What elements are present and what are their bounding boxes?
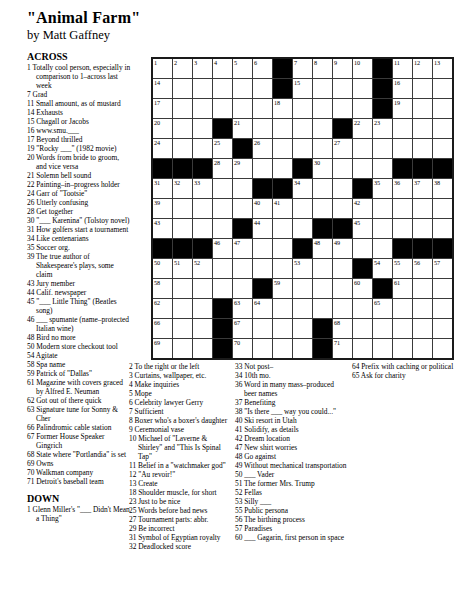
cell-number: 4 — [214, 59, 217, 66]
across-clue-14: 14 Exhausts — [27, 108, 131, 117]
cell-r15c5[interactable]: 70 — [233, 339, 252, 358]
down-clue-65: 65 Ask for charity — [352, 371, 468, 380]
cell-r1c8[interactable]: 7 — [293, 59, 312, 78]
cell-r2c2[interactable] — [173, 79, 192, 98]
cell-r5c6[interactable]: 26 — [253, 139, 272, 158]
cell-r9c1[interactable]: 43 — [153, 219, 172, 238]
cell-r7c10[interactable] — [333, 179, 352, 198]
cell-r8c2[interactable] — [173, 199, 192, 218]
cell-r1c13[interactable]: 11 — [393, 59, 412, 78]
cell-r2c15[interactable] — [433, 79, 452, 98]
cell-r14c2[interactable] — [173, 319, 192, 338]
cell-number: 21 — [234, 119, 240, 126]
cell-r9c2[interactable] — [173, 219, 192, 238]
down-clue-41: 41 Solidify, as details — [235, 425, 347, 434]
cell-r6c5[interactable]: 29 — [233, 159, 252, 178]
cell-number: 50 — [154, 259, 160, 266]
cell-r5c8[interactable] — [293, 139, 312, 158]
cell-number: 31 — [154, 179, 160, 186]
cell-number: 51 — [174, 259, 180, 266]
cell-r2c9[interactable] — [313, 79, 332, 98]
cell-r3c3[interactable] — [193, 99, 212, 118]
cell-r12c10[interactable] — [333, 279, 352, 298]
cell-r10c4[interactable]: 46 — [213, 239, 232, 258]
cell-r15c7[interactable] — [273, 339, 292, 358]
cell-r8c3[interactable] — [193, 199, 212, 218]
cell-r1c9[interactable]: 8 — [313, 59, 332, 78]
cell-r10c9[interactable]: 48 — [313, 239, 332, 258]
cell-r3c10[interactable] — [333, 99, 352, 118]
across-clue-67: 67 Former House Speaker Gingrich — [27, 432, 131, 450]
cell-r11c7[interactable] — [273, 259, 292, 278]
cell-r12c1[interactable]: 58 — [153, 279, 172, 298]
cell-r15c1[interactable]: 69 — [153, 339, 172, 358]
cell-number: 43 — [154, 219, 160, 226]
cell-r9c11[interactable]: 45 — [353, 219, 372, 238]
cell-number: 11 — [394, 59, 400, 66]
cell-r13c6[interactable]: 64 — [253, 299, 272, 318]
cell-r7c8[interactable]: 34 — [293, 179, 312, 198]
cell-r7c12[interactable]: 35 — [373, 179, 392, 198]
cell-r1c6[interactable]: 6 — [253, 59, 272, 78]
cell-number: 8 — [314, 59, 317, 66]
cell-r6c6[interactable] — [253, 159, 272, 178]
cell-r9c8[interactable] — [293, 219, 312, 238]
cell-r2c5[interactable] — [233, 79, 252, 98]
clue-column-3: 33 Not post–34 10th mo.36 Word in many m… — [235, 362, 347, 542]
cell-r2c10[interactable] — [333, 79, 352, 98]
cell-r4c7[interactable] — [273, 119, 292, 138]
cell-r3c4[interactable] — [213, 99, 232, 118]
cell-r4c14[interactable] — [413, 119, 432, 138]
down-clue-18: 18 Shoulder muscle, for short — [129, 488, 230, 497]
cell-r4c8[interactable] — [293, 119, 312, 138]
cell-number: 13 — [434, 59, 440, 66]
down-clue-50: 50 ___ Vader — [235, 470, 347, 479]
cell-r13c14[interactable] — [413, 299, 432, 318]
cell-number: 61 — [394, 279, 400, 286]
cell-r1c11[interactable]: 10 — [353, 59, 372, 78]
across-clue-66: 66 Palindromic cable station — [27, 423, 131, 432]
cell-r11c14[interactable]: 56 — [413, 259, 432, 278]
cell-number: 38 — [434, 179, 440, 186]
down-clue-3: 3 Curtains, wallpaper, etc. — [129, 371, 230, 380]
black-square — [193, 239, 212, 258]
across-clue-19: 19 "Rocky ___" (1982 movie) — [27, 144, 131, 153]
cell-r7c15[interactable]: 38 — [433, 179, 452, 198]
cell-r6c10[interactable] — [333, 159, 352, 178]
across-clue-11: 11 Small amount, as of mustard — [27, 99, 131, 108]
cell-r11c12[interactable]: 54 — [373, 259, 392, 278]
cell-r9c4[interactable] — [213, 219, 232, 238]
cell-r1c14[interactable]: 12 — [413, 59, 432, 78]
cell-r13c13[interactable] — [393, 299, 412, 318]
cell-number: 45 — [354, 219, 360, 226]
clue-column-1: ACROSS 1 Totally cool person, especially… — [27, 52, 131, 523]
clue-column-4: 64 Prefix with caching or political65 As… — [352, 362, 468, 380]
black-square — [333, 119, 352, 138]
cell-r12c11[interactable]: 60 — [353, 279, 372, 298]
cell-r1c3[interactable]: 3 — [193, 59, 212, 78]
black-square — [353, 179, 372, 198]
across-clue-21: 21 Solemn bell sound — [27, 171, 131, 180]
across-clue-17: 17 Beyond thrilled — [27, 135, 131, 144]
cell-r11c2[interactable]: 51 — [173, 259, 192, 278]
cell-r5c1[interactable]: 24 — [153, 139, 172, 158]
black-square — [373, 59, 392, 78]
cell-r12c7[interactable]: 59 — [273, 279, 292, 298]
cell-r3c9[interactable] — [313, 99, 332, 118]
cell-r11c4[interactable] — [213, 259, 232, 278]
cell-number: 70 — [234, 339, 240, 346]
black-square — [293, 239, 312, 258]
cell-r12c5[interactable] — [233, 279, 252, 298]
across-clue-31: 31 How golfers start a tournament — [27, 225, 131, 234]
down-clue-12: 12 "Au revoir!" — [129, 470, 230, 479]
down-clue-23: 23 Just to be nice — [129, 497, 230, 506]
cell-r2c3[interactable] — [193, 79, 212, 98]
cell-r4c12[interactable]: 23 — [373, 119, 392, 138]
down-clue-4: 4 Make inquiries — [129, 380, 230, 389]
cell-r12c3[interactable] — [193, 279, 212, 298]
across-clue-54: 54 Agitate — [27, 351, 131, 360]
cell-r7c14[interactable]: 37 — [413, 179, 432, 198]
cell-number: 25 — [214, 139, 220, 146]
cell-r11c9[interactable] — [313, 259, 332, 278]
cell-r8c13[interactable] — [393, 199, 412, 218]
black-square — [333, 219, 352, 238]
cell-r5c10[interactable]: 27 — [333, 139, 352, 158]
cell-r7c5[interactable] — [233, 179, 252, 198]
cell-r13c5[interactable]: 63 — [233, 299, 252, 318]
cell-r5c2[interactable] — [173, 139, 192, 158]
across-clue-24: 24 Garr of "Tootsie" — [27, 189, 131, 198]
cell-r13c11[interactable] — [353, 299, 372, 318]
black-square — [393, 239, 412, 258]
black-square — [433, 239, 452, 258]
cell-r8c6[interactable]: 40 — [253, 199, 272, 218]
cell-r7c1[interactable]: 31 — [153, 179, 172, 198]
cell-r4c2[interactable] — [173, 119, 192, 138]
down-clue-33: 33 Not post– — [235, 362, 347, 371]
cell-r14c3[interactable] — [193, 319, 212, 338]
cell-r9c13[interactable] — [393, 219, 412, 238]
cell-r2c13[interactable]: 16 — [393, 79, 412, 98]
cell-r14c7[interactable] — [273, 319, 292, 338]
cell-number: 46 — [214, 239, 220, 246]
cell-r3c11[interactable] — [353, 99, 372, 118]
down-header: DOWN — [27, 494, 131, 503]
across-clue-45: 45 "___ Little Thing" (Beatles song) — [27, 297, 131, 315]
cell-number: 30 — [314, 159, 320, 166]
cell-r14c6[interactable] — [253, 319, 272, 338]
cell-number: 7 — [294, 59, 297, 66]
cell-r8c4[interactable] — [213, 199, 232, 218]
cell-number: 71 — [334, 339, 340, 346]
cell-r15c6[interactable] — [253, 339, 272, 358]
cell-r12c14[interactable] — [413, 279, 432, 298]
cell-r13c15[interactable] — [433, 299, 452, 318]
down-clue-2: 2 To the right or the left — [129, 362, 230, 371]
cell-r1c4[interactable]: 4 — [213, 59, 232, 78]
cell-r7c4[interactable] — [213, 179, 232, 198]
cell-r14c10[interactable]: 68 — [333, 319, 352, 338]
down-clue-40: 40 Ski resort in Utah — [235, 416, 347, 425]
black-square — [233, 219, 252, 238]
cell-r15c14[interactable] — [413, 339, 432, 358]
cell-r11c10[interactable] — [333, 259, 352, 278]
across-clue-46: 46 ___ spumante (name–protected Italian … — [27, 315, 131, 333]
cell-r11c3[interactable]: 52 — [193, 259, 212, 278]
black-square — [353, 259, 372, 278]
cell-r5c4[interactable]: 25 — [213, 139, 232, 158]
cell-r14c13[interactable] — [393, 319, 412, 338]
cell-r14c12[interactable] — [373, 319, 392, 338]
cell-r6c9[interactable]: 30 — [313, 159, 332, 178]
cell-number: 40 — [254, 199, 260, 206]
cell-r9c12[interactable] — [373, 219, 392, 238]
cell-r3c7[interactable]: 18 — [273, 99, 292, 118]
down-clue-13: 13 Create — [129, 479, 230, 488]
cell-r3c8[interactable] — [293, 99, 312, 118]
down-clue-25: 25 Words before bad news — [129, 506, 230, 515]
cell-r3c13[interactable]: 19 — [393, 99, 412, 118]
cell-r10c7[interactable] — [273, 239, 292, 258]
cell-r3c6[interactable] — [253, 99, 272, 118]
cell-r1c1[interactable]: 1 — [153, 59, 172, 78]
cell-r13c12[interactable]: 65 — [373, 299, 392, 318]
cell-r2c14[interactable] — [413, 79, 432, 98]
cell-number: 15 — [294, 79, 300, 86]
down-clue-48: 48 Go against — [235, 452, 347, 461]
cell-r12c15[interactable] — [433, 279, 452, 298]
cell-r13c8[interactable] — [293, 299, 312, 318]
cell-r10c10[interactable]: 49 — [333, 239, 352, 258]
cell-number: 41 — [274, 199, 280, 206]
cell-r12c2[interactable] — [173, 279, 192, 298]
black-square — [413, 159, 432, 178]
cell-number: 55 — [394, 259, 400, 266]
cell-r14c11[interactable] — [353, 319, 372, 338]
cell-r8c9[interactable] — [313, 199, 332, 218]
down-clue-8: 8 Boxer who's a boxer's daughter — [129, 416, 230, 425]
cell-number: 42 — [354, 199, 360, 206]
cell-r8c7[interactable]: 41 — [273, 199, 292, 218]
cell-r3c2[interactable] — [173, 99, 192, 118]
across-clue-58: 58 Spa name — [27, 360, 131, 369]
cell-r10c12[interactable] — [373, 239, 392, 258]
black-square — [153, 159, 172, 178]
down-clue-10: 10 Michael of "Laverne & Shirley" and "T… — [129, 434, 230, 461]
down-clue-47: 47 New shirt worries — [235, 443, 347, 452]
black-square — [273, 59, 292, 78]
cell-number: 29 — [234, 159, 240, 166]
cell-number: 17 — [154, 99, 160, 106]
clue-column-2: 2 To the right or the left3 Curtains, wa… — [129, 362, 230, 551]
cell-r7c9[interactable] — [313, 179, 332, 198]
cell-r8c11[interactable]: 42 — [353, 199, 372, 218]
across-clue-34: 34 Like centenarians — [27, 234, 131, 243]
cell-r14c8[interactable] — [293, 319, 312, 338]
cell-r6c7[interactable] — [273, 159, 292, 178]
cell-number: 26 — [254, 139, 260, 146]
cell-r11c5[interactable] — [233, 259, 252, 278]
cell-r15c3[interactable] — [193, 339, 212, 358]
across-clue-28: 28 Get together — [27, 207, 131, 216]
across-clue-39: 39 The true author of Shakespeare's play… — [27, 252, 131, 279]
cell-r8c8[interactable] — [293, 199, 312, 218]
cell-r9c15[interactable] — [433, 219, 452, 238]
cell-r1c5[interactable]: 5 — [233, 59, 252, 78]
across-clue-list: 1 Totally cool person, especially in com… — [27, 63, 131, 486]
cell-r4c11[interactable]: 22 — [353, 119, 372, 138]
cell-r5c7[interactable] — [273, 139, 292, 158]
cell-r5c3[interactable] — [193, 139, 212, 158]
cell-r2c4[interactable] — [213, 79, 232, 98]
cell-number: 66 — [154, 319, 160, 326]
cell-number: 12 — [414, 59, 420, 66]
cell-r12c8[interactable] — [293, 279, 312, 298]
cell-r15c10[interactable]: 71 — [333, 339, 352, 358]
cell-r13c9[interactable] — [313, 299, 332, 318]
cell-r11c13[interactable]: 55 — [393, 259, 412, 278]
cell-r5c15[interactable] — [433, 139, 452, 158]
cell-r7c2[interactable]: 32 — [173, 179, 192, 198]
cell-r3c5[interactable] — [233, 99, 252, 118]
cell-r6c12[interactable] — [373, 159, 392, 178]
puzzle-title: "Animal Farm" — [27, 9, 140, 27]
cell-r4c1[interactable]: 20 — [153, 119, 172, 138]
cell-r2c8[interactable]: 15 — [293, 79, 312, 98]
cell-r14c14[interactable] — [413, 319, 432, 338]
cell-r11c8[interactable]: 53 — [293, 259, 312, 278]
cell-r12c9[interactable] — [313, 279, 332, 298]
across-clue-48: 48 Bird no more — [27, 333, 131, 342]
cell-r6c11[interactable] — [353, 159, 372, 178]
cell-r13c10[interactable] — [333, 299, 352, 318]
cell-number: 65 — [374, 299, 380, 306]
cell-r13c1[interactable]: 62 — [153, 299, 172, 318]
cell-number: 34 — [294, 179, 300, 186]
cell-r13c7[interactable] — [273, 299, 292, 318]
cell-r5c9[interactable] — [313, 139, 332, 158]
cell-r12c4[interactable] — [213, 279, 232, 298]
cell-number: 58 — [154, 279, 160, 286]
cell-number: 37 — [414, 179, 420, 186]
cell-r8c10[interactable] — [333, 199, 352, 218]
cell-r3c15[interactable] — [433, 99, 452, 118]
cell-r1c10[interactable]: 9 — [333, 59, 352, 78]
black-square — [213, 119, 232, 138]
black-square — [293, 159, 312, 178]
cell-r15c12[interactable] — [373, 339, 392, 358]
cell-number: 69 — [154, 339, 160, 346]
cell-r4c15[interactable] — [433, 119, 452, 138]
cell-number: 47 — [234, 239, 240, 246]
cell-r15c8[interactable] — [293, 339, 312, 358]
cell-r4c5[interactable]: 21 — [233, 119, 252, 138]
black-square — [173, 239, 192, 258]
down-clue-list-3: 33 Not post–34 10th mo.36 Word in many m… — [235, 362, 347, 542]
cell-r15c2[interactable] — [173, 339, 192, 358]
across-clue-43: 43 Jury member — [27, 279, 131, 288]
cell-r11c1[interactable]: 50 — [153, 259, 172, 278]
cell-r11c6[interactable] — [253, 259, 272, 278]
cell-r14c5[interactable]: 67 — [233, 319, 252, 338]
cell-r5c13[interactable] — [393, 139, 412, 158]
cell-number: 22 — [354, 119, 360, 126]
cell-number: 67 — [234, 319, 240, 326]
cell-r13c2[interactable] — [173, 299, 192, 318]
cell-r12c13[interactable]: 61 — [393, 279, 412, 298]
down-clue-7: 7 Sufficient — [129, 407, 230, 416]
cell-r1c15[interactable]: 13 — [433, 59, 452, 78]
across-clue-61: 61 Magazine with covers graced by Alfred… — [27, 378, 131, 396]
down-clue-53: 53 Silly ___ — [235, 497, 347, 506]
crossword-grid[interactable]: 1234567891011121314151617181920212223242… — [151, 57, 454, 360]
cell-r10c5[interactable]: 47 — [233, 239, 252, 258]
cell-number: 60 — [354, 279, 360, 286]
cell-r9c3[interactable] — [193, 219, 212, 238]
cell-r15c13[interactable] — [393, 339, 412, 358]
cell-number: 2 — [174, 59, 177, 66]
cell-r15c11[interactable] — [353, 339, 372, 358]
across-clue-69: 69 Owns — [27, 459, 131, 468]
black-square — [313, 319, 332, 338]
cell-r9c6[interactable]: 44 — [253, 219, 272, 238]
cell-r14c15[interactable] — [433, 319, 452, 338]
cell-r8c14[interactable] — [413, 199, 432, 218]
across-header: ACROSS — [27, 52, 131, 61]
cell-r4c13[interactable] — [393, 119, 412, 138]
cell-r5c11[interactable] — [353, 139, 372, 158]
cell-r9c7[interactable] — [273, 219, 292, 238]
cell-r5c12[interactable] — [373, 139, 392, 158]
cell-r4c6[interactable] — [253, 119, 272, 138]
cell-r8c5[interactable] — [233, 199, 252, 218]
across-clue-20: 20 Words from bride to groom, and vice v… — [27, 153, 131, 171]
cell-r13c3[interactable] — [193, 299, 212, 318]
cell-r2c6[interactable] — [253, 79, 272, 98]
cell-number: 39 — [154, 199, 160, 206]
cell-r8c15[interactable] — [433, 199, 452, 218]
cell-r10c6[interactable] — [253, 239, 272, 258]
across-clue-16: 16 www.smu.___ — [27, 126, 131, 135]
cell-r4c9[interactable] — [313, 119, 332, 138]
cell-r9c14[interactable] — [413, 219, 432, 238]
down-clue-list-4: 64 Prefix with caching or political65 As… — [352, 362, 468, 380]
cell-r10c11[interactable] — [353, 239, 372, 258]
cell-r7c13[interactable]: 36 — [393, 179, 412, 198]
cell-r14c1[interactable]: 66 — [153, 319, 172, 338]
cell-r8c12[interactable] — [373, 199, 392, 218]
cell-r1c2[interactable]: 2 — [173, 59, 192, 78]
cell-r6c4[interactable]: 28 — [213, 159, 232, 178]
cell-r4c3[interactable] — [193, 119, 212, 138]
cell-r2c1[interactable]: 14 — [153, 79, 172, 98]
cell-r8c1[interactable]: 39 — [153, 199, 172, 218]
cell-r3c14[interactable] — [413, 99, 432, 118]
cell-r11c15[interactable]: 57 — [433, 259, 452, 278]
cell-r3c1[interactable]: 17 — [153, 99, 172, 118]
puzzle-byline: by Matt Gaffney — [27, 28, 110, 43]
cell-number: 56 — [414, 259, 420, 266]
cell-r15c15[interactable] — [433, 339, 452, 358]
cell-number: 1 — [154, 59, 157, 66]
cell-r7c3[interactable]: 33 — [193, 179, 212, 198]
cell-r5c14[interactable] — [413, 139, 432, 158]
cell-r2c11[interactable] — [353, 79, 372, 98]
